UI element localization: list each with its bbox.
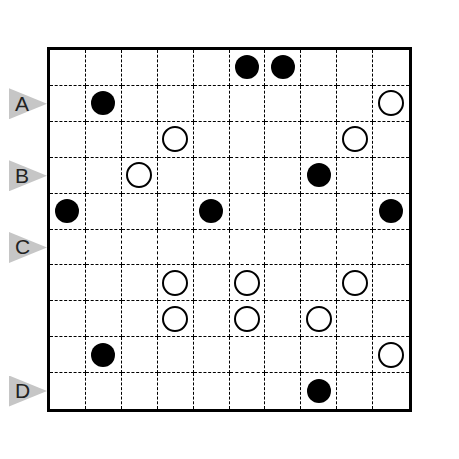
cell-r3-c5[interactable] [230, 158, 266, 194]
cell-r9-c8[interactable] [337, 373, 373, 409]
puzzle-canvas: ABCD [0, 0, 459, 459]
cell-r9-c5[interactable] [230, 373, 266, 409]
cell-r0-c7[interactable] [301, 50, 337, 86]
cell-r3-c7[interactable] [301, 158, 337, 194]
marker-label: D [15, 380, 30, 401]
cell-r4-c8[interactable] [337, 194, 373, 230]
cell-r1-c6[interactable] [265, 86, 301, 122]
cell-r2-c0[interactable] [50, 122, 86, 158]
cell-r6-c3[interactable] [158, 265, 194, 301]
cell-r4-c3[interactable] [158, 194, 194, 230]
cell-r7-c7[interactable] [301, 301, 337, 337]
cell-r5-c4[interactable] [194, 230, 230, 266]
cell-r7-c5[interactable] [230, 301, 266, 337]
cell-r6-c1[interactable] [86, 265, 122, 301]
cell-r5-c1[interactable] [86, 230, 122, 266]
cell-r7-c6[interactable] [265, 301, 301, 337]
white-pearl [162, 126, 188, 152]
white-pearl [378, 342, 404, 368]
cell-r2-c5[interactable] [230, 122, 266, 158]
white-pearl [162, 306, 188, 332]
black-pearl [379, 199, 403, 223]
cell-r1-c7[interactable] [301, 86, 337, 122]
cell-r3-c1[interactable] [86, 158, 122, 194]
cell-r5-c3[interactable] [158, 230, 194, 266]
cell-r7-c4[interactable] [194, 301, 230, 337]
cell-r2-c9[interactable] [373, 122, 409, 158]
cell-r2-c4[interactable] [194, 122, 230, 158]
cell-r9-c6[interactable] [265, 373, 301, 409]
cell-r5-c7[interactable] [301, 230, 337, 266]
cell-r1-c1[interactable] [86, 86, 122, 122]
white-pearl [306, 306, 332, 332]
cell-r1-c3[interactable] [158, 86, 194, 122]
cell-r8-c0[interactable] [50, 337, 86, 373]
cell-r4-c4[interactable] [194, 194, 230, 230]
cell-r4-c6[interactable] [265, 194, 301, 230]
white-pearl [126, 162, 152, 188]
cell-r4-c9[interactable] [373, 194, 409, 230]
cell-r0-c0[interactable] [50, 50, 86, 86]
cell-r9-c9[interactable] [373, 373, 409, 409]
black-pearl [199, 199, 223, 223]
black-pearl [91, 91, 115, 115]
cell-r7-c8[interactable] [337, 301, 373, 337]
cell-r3-c0[interactable] [50, 158, 86, 194]
cell-r1-c2[interactable] [122, 86, 158, 122]
cell-r6-c6[interactable] [265, 265, 301, 301]
cell-r4-c5[interactable] [230, 194, 266, 230]
white-pearl [378, 90, 404, 116]
cell-r3-c4[interactable] [194, 158, 230, 194]
row-marker-A: A [9, 88, 47, 119]
cell-r5-c6[interactable] [265, 230, 301, 266]
cell-r4-c1[interactable] [86, 194, 122, 230]
cell-r2-c2[interactable] [122, 122, 158, 158]
cell-r9-c4[interactable] [194, 373, 230, 409]
black-pearl [235, 55, 259, 79]
cell-r3-c9[interactable] [373, 158, 409, 194]
row-marker-C: C [9, 232, 47, 263]
cell-r0-c4[interactable] [194, 50, 230, 86]
cell-r8-c4[interactable] [194, 337, 230, 373]
cell-r9-c0[interactable] [50, 373, 86, 409]
white-pearl [342, 270, 368, 296]
row-marker-D: D [9, 376, 47, 407]
masyu-board [47, 47, 412, 412]
cell-r8-c9[interactable] [373, 337, 409, 373]
cell-r6-c4[interactable] [194, 265, 230, 301]
cell-r2-c3[interactable] [158, 122, 194, 158]
marker-label: C [15, 237, 30, 258]
cell-r2-c8[interactable] [337, 122, 373, 158]
cell-r2-c7[interactable] [301, 122, 337, 158]
cell-r0-c2[interactable] [122, 50, 158, 86]
black-pearl [55, 199, 79, 223]
cell-r8-c2[interactable] [122, 337, 158, 373]
row-marker-B: B [9, 160, 47, 191]
cell-r0-c8[interactable] [337, 50, 373, 86]
cell-r9-c2[interactable] [122, 373, 158, 409]
cell-r1-c9[interactable] [373, 86, 409, 122]
cell-r0-c1[interactable] [86, 50, 122, 86]
cell-r8-c6[interactable] [265, 337, 301, 373]
cell-r7-c1[interactable] [86, 301, 122, 337]
cell-r5-c0[interactable] [50, 230, 86, 266]
cell-r9-c1[interactable] [86, 373, 122, 409]
black-pearl [307, 163, 331, 187]
cell-r1-c5[interactable] [230, 86, 266, 122]
cell-r1-c8[interactable] [337, 86, 373, 122]
cell-r7-c0[interactable] [50, 301, 86, 337]
cell-r6-c9[interactable] [373, 265, 409, 301]
cell-r5-c2[interactable] [122, 230, 158, 266]
cell-r0-c9[interactable] [373, 50, 409, 86]
cell-r8-c8[interactable] [337, 337, 373, 373]
cell-r7-c3[interactable] [158, 301, 194, 337]
cell-r4-c0[interactable] [50, 194, 86, 230]
cell-r3-c2[interactable] [122, 158, 158, 194]
cell-r8-c7[interactable] [301, 337, 337, 373]
cell-r4-c7[interactable] [301, 194, 337, 230]
cell-r9-c3[interactable] [158, 373, 194, 409]
cell-r4-c2[interactable] [122, 194, 158, 230]
black-pearl [271, 55, 295, 79]
cell-r6-c0[interactable] [50, 265, 86, 301]
cell-r5-c5[interactable] [230, 230, 266, 266]
cell-r3-c3[interactable] [158, 158, 194, 194]
cell-r6-c2[interactable] [122, 265, 158, 301]
white-pearl [234, 306, 260, 332]
cell-r8-c3[interactable] [158, 337, 194, 373]
cell-r7-c2[interactable] [122, 301, 158, 337]
white-pearl [234, 270, 260, 296]
cell-r1-c4[interactable] [194, 86, 230, 122]
cell-r3-c6[interactable] [265, 158, 301, 194]
cell-r8-c1[interactable] [86, 337, 122, 373]
cell-r0-c5[interactable] [230, 50, 266, 86]
black-pearl [307, 379, 331, 403]
cell-r1-c0[interactable] [50, 86, 86, 122]
black-pearl [91, 343, 115, 367]
marker-label: A [15, 93, 29, 114]
cell-r2-c6[interactable] [265, 122, 301, 158]
cell-r7-c9[interactable] [373, 301, 409, 337]
cell-r6-c5[interactable] [230, 265, 266, 301]
cell-r0-c6[interactable] [265, 50, 301, 86]
white-pearl [342, 126, 368, 152]
cell-r9-c7[interactable] [301, 373, 337, 409]
cell-r0-c3[interactable] [158, 50, 194, 86]
cell-r5-c9[interactable] [373, 230, 409, 266]
cell-r2-c1[interactable] [86, 122, 122, 158]
cell-r6-c8[interactable] [337, 265, 373, 301]
white-pearl [162, 270, 188, 296]
marker-label: B [15, 165, 29, 186]
cell-r5-c8[interactable] [337, 230, 373, 266]
cell-r6-c7[interactable] [301, 265, 337, 301]
cell-r8-c5[interactable] [230, 337, 266, 373]
cell-r3-c8[interactable] [337, 158, 373, 194]
